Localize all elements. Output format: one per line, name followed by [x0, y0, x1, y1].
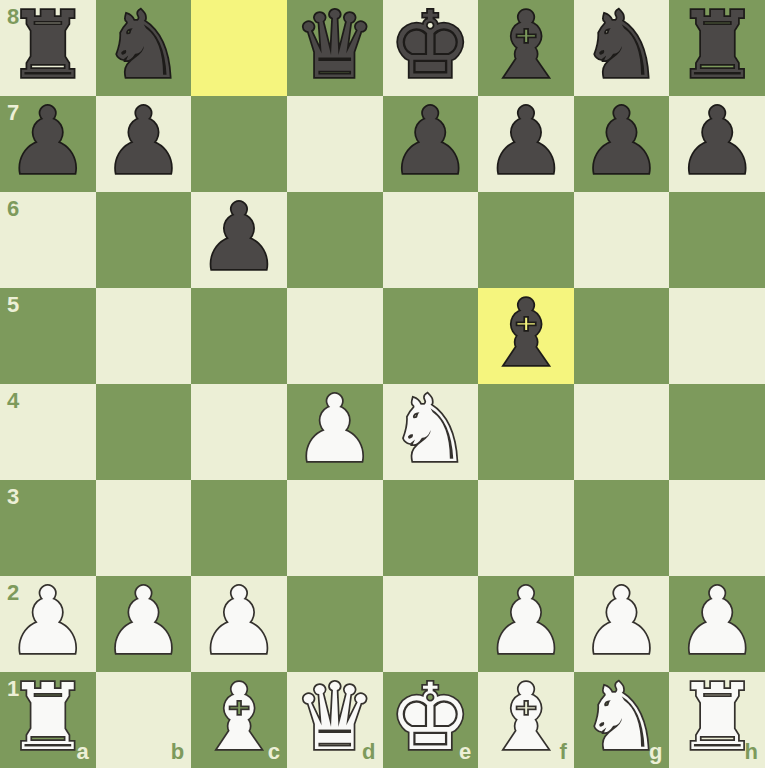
- square-d2[interactable]: [287, 576, 383, 672]
- square-e3[interactable]: [383, 480, 479, 576]
- chess-board: 8♜♞♛♚♝♞♜7♟♟♟♟♟♟6♟5♝4♟♞32♟♟♟♟♟♟1a♜bc♝d♛e♚…: [0, 0, 765, 768]
- square-b3[interactable]: [96, 480, 192, 576]
- square-f1[interactable]: f♝: [478, 672, 574, 768]
- piece-black-rook[interactable]: ♜: [7, 0, 89, 94]
- piece-white-knight[interactable]: ♞: [389, 382, 471, 478]
- square-a7[interactable]: 7♟: [0, 96, 96, 192]
- square-h7[interactable]: ♟: [669, 96, 765, 192]
- piece-white-pawn[interactable]: ♟: [485, 574, 567, 670]
- piece-black-knight[interactable]: ♞: [102, 0, 184, 94]
- piece-white-pawn[interactable]: ♟: [676, 574, 758, 670]
- square-e6[interactable]: [383, 192, 479, 288]
- square-g3[interactable]: [574, 480, 670, 576]
- square-e4[interactable]: ♞: [383, 384, 479, 480]
- piece-black-rook[interactable]: ♜: [676, 0, 758, 94]
- square-h5[interactable]: [669, 288, 765, 384]
- square-b2[interactable]: ♟: [96, 576, 192, 672]
- piece-white-king[interactable]: ♚: [389, 670, 471, 766]
- square-e7[interactable]: ♟: [383, 96, 479, 192]
- square-c7[interactable]: [191, 96, 287, 192]
- square-a5[interactable]: 5: [0, 288, 96, 384]
- piece-black-pawn[interactable]: ♟: [676, 94, 758, 190]
- square-g5[interactable]: [574, 288, 670, 384]
- square-h1[interactable]: h♜: [669, 672, 765, 768]
- square-e1[interactable]: e♚: [383, 672, 479, 768]
- file-label-b: b: [171, 741, 184, 763]
- square-c3[interactable]: [191, 480, 287, 576]
- square-f4[interactable]: [478, 384, 574, 480]
- square-g7[interactable]: ♟: [574, 96, 670, 192]
- square-a3[interactable]: 3: [0, 480, 96, 576]
- piece-white-knight[interactable]: ♞: [580, 670, 662, 766]
- square-d5[interactable]: [287, 288, 383, 384]
- piece-black-bishop[interactable]: ♝: [485, 286, 567, 382]
- square-h4[interactable]: [669, 384, 765, 480]
- piece-black-queen[interactable]: ♛: [293, 0, 375, 94]
- square-a4[interactable]: 4: [0, 384, 96, 480]
- square-e2[interactable]: [383, 576, 479, 672]
- square-f8[interactable]: ♝: [478, 0, 574, 96]
- square-c8[interactable]: [191, 0, 287, 96]
- square-h8[interactable]: ♜: [669, 0, 765, 96]
- square-b1[interactable]: b: [96, 672, 192, 768]
- rank-label-3: 3: [7, 486, 19, 508]
- square-a2[interactable]: 2♟: [0, 576, 96, 672]
- piece-white-pawn[interactable]: ♟: [102, 574, 184, 670]
- square-f5[interactable]: ♝: [478, 288, 574, 384]
- square-c4[interactable]: [191, 384, 287, 480]
- rank-label-5: 5: [7, 294, 19, 316]
- square-h3[interactable]: [669, 480, 765, 576]
- piece-black-bishop[interactable]: ♝: [485, 0, 567, 94]
- square-g2[interactable]: ♟: [574, 576, 670, 672]
- square-d3[interactable]: [287, 480, 383, 576]
- square-d6[interactable]: [287, 192, 383, 288]
- square-f7[interactable]: ♟: [478, 96, 574, 192]
- piece-white-bishop[interactable]: ♝: [198, 670, 280, 766]
- piece-black-pawn[interactable]: ♟: [7, 94, 89, 190]
- piece-white-bishop[interactable]: ♝: [485, 670, 567, 766]
- square-g4[interactable]: [574, 384, 670, 480]
- square-f6[interactable]: [478, 192, 574, 288]
- square-f2[interactable]: ♟: [478, 576, 574, 672]
- square-b7[interactable]: ♟: [96, 96, 192, 192]
- square-c1[interactable]: c♝: [191, 672, 287, 768]
- square-b4[interactable]: [96, 384, 192, 480]
- piece-white-pawn[interactable]: ♟: [7, 574, 89, 670]
- square-h6[interactable]: [669, 192, 765, 288]
- piece-white-rook[interactable]: ♜: [7, 670, 89, 766]
- square-e8[interactable]: ♚: [383, 0, 479, 96]
- piece-black-knight[interactable]: ♞: [580, 0, 662, 94]
- square-d1[interactable]: d♛: [287, 672, 383, 768]
- piece-black-pawn[interactable]: ♟: [485, 94, 567, 190]
- piece-black-pawn[interactable]: ♟: [102, 94, 184, 190]
- square-b8[interactable]: ♞: [96, 0, 192, 96]
- piece-white-pawn[interactable]: ♟: [293, 382, 375, 478]
- rank-label-6: 6: [7, 198, 19, 220]
- square-a8[interactable]: 8♜: [0, 0, 96, 96]
- piece-black-pawn[interactable]: ♟: [389, 94, 471, 190]
- piece-black-king[interactable]: ♚: [389, 0, 471, 94]
- square-e5[interactable]: [383, 288, 479, 384]
- rank-label-4: 4: [7, 390, 19, 412]
- piece-black-pawn[interactable]: ♟: [580, 94, 662, 190]
- square-c2[interactable]: ♟: [191, 576, 287, 672]
- square-d4[interactable]: ♟: [287, 384, 383, 480]
- square-a1[interactable]: 1a♜: [0, 672, 96, 768]
- piece-white-pawn[interactable]: ♟: [580, 574, 662, 670]
- square-b5[interactable]: [96, 288, 192, 384]
- piece-white-pawn[interactable]: ♟: [198, 574, 280, 670]
- square-h2[interactable]: ♟: [669, 576, 765, 672]
- square-d8[interactable]: ♛: [287, 0, 383, 96]
- square-g6[interactable]: [574, 192, 670, 288]
- square-g8[interactable]: ♞: [574, 0, 670, 96]
- piece-white-queen[interactable]: ♛: [293, 670, 375, 766]
- piece-white-rook[interactable]: ♜: [676, 670, 758, 766]
- square-c6[interactable]: ♟: [191, 192, 287, 288]
- square-g1[interactable]: g♞: [574, 672, 670, 768]
- square-d7[interactable]: [287, 96, 383, 192]
- square-f3[interactable]: [478, 480, 574, 576]
- square-b6[interactable]: [96, 192, 192, 288]
- square-c5[interactable]: [191, 288, 287, 384]
- piece-black-pawn[interactable]: ♟: [198, 190, 280, 286]
- square-a6[interactable]: 6: [0, 192, 96, 288]
